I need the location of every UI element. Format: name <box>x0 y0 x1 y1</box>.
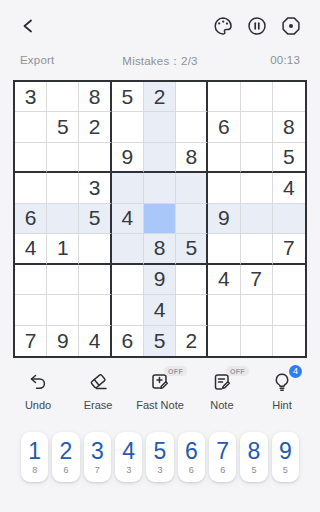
cell-r5c8[interactable] <box>241 204 273 234</box>
mistakes-counter: Mistakes：2/3 <box>0 54 320 69</box>
cell-r2c9[interactable]: 8 <box>273 112 305 142</box>
cell-r7c5[interactable]: 9 <box>144 265 176 295</box>
numpad-key-7[interactable]: 76 <box>209 432 236 482</box>
numpad-key-2[interactable]: 26 <box>52 432 79 482</box>
back-chevron-icon <box>20 17 38 35</box>
cell-r1c7[interactable] <box>208 82 240 112</box>
cell-r3c8[interactable] <box>241 143 273 173</box>
fast-note-label: Fast Note <box>136 399 184 411</box>
cell-r3c5[interactable] <box>144 143 176 173</box>
cell-r4c3[interactable]: 3 <box>79 173 111 203</box>
cell-r7c1[interactable] <box>15 265 47 295</box>
cell-r4c9[interactable]: 4 <box>273 173 305 203</box>
cell-r8c7[interactable] <box>208 295 240 325</box>
numpad-remaining-count: 7 <box>95 465 100 475</box>
numpad-digit: 8 <box>248 439 261 463</box>
cell-r9c2[interactable]: 9 <box>47 326 79 356</box>
cell-r1c8[interactable] <box>241 82 273 112</box>
cell-r4c2[interactable] <box>47 173 79 203</box>
cell-r5c4[interactable]: 4 <box>112 204 144 234</box>
cell-r4c1[interactable] <box>15 173 47 203</box>
cell-r9c3[interactable]: 4 <box>79 326 111 356</box>
settings-button[interactable] <box>280 15 302 37</box>
cell-r9c4[interactable]: 6 <box>112 326 144 356</box>
erase-button[interactable]: Erase <box>76 370 120 411</box>
toolbar: Undo Erase OFF Fast Note <box>0 370 320 411</box>
eraser-icon <box>86 370 110 394</box>
cell-r5c2[interactable] <box>47 204 79 234</box>
palette-icon <box>212 15 234 37</box>
cell-r7c8[interactable]: 7 <box>241 265 273 295</box>
erase-label: Erase <box>84 399 113 411</box>
numpad-digit: 2 <box>60 439 73 463</box>
cell-r7c9[interactable] <box>273 265 305 295</box>
pause-icon <box>246 15 268 37</box>
cell-r1c6[interactable] <box>176 82 208 112</box>
cell-r1c1[interactable]: 3 <box>15 82 47 112</box>
note-off-badge: OFF <box>226 366 249 376</box>
cell-r1c9[interactable] <box>273 82 305 112</box>
numpad-remaining-count: 3 <box>126 465 131 475</box>
cell-r8c4[interactable] <box>112 295 144 325</box>
cell-r8c2[interactable] <box>47 295 79 325</box>
cell-r6c5[interactable]: 8 <box>144 234 176 264</box>
numpad-digit: 5 <box>154 439 167 463</box>
cell-r1c2[interactable] <box>47 82 79 112</box>
cell-r2c8[interactable] <box>241 112 273 142</box>
cell-r5c9[interactable] <box>273 204 305 234</box>
cell-r8c3[interactable] <box>79 295 111 325</box>
cell-r5c6[interactable] <box>176 204 208 234</box>
cell-r7c3[interactable] <box>79 265 111 295</box>
cell-r4c5[interactable] <box>144 173 176 203</box>
cell-r3c2[interactable] <box>47 143 79 173</box>
cell-r4c4[interactable] <box>112 173 144 203</box>
cell-r2c5[interactable] <box>144 112 176 142</box>
cell-r5c7[interactable]: 9 <box>208 204 240 234</box>
cell-r4c6[interactable] <box>176 173 208 203</box>
cell-r2c6[interactable] <box>176 112 208 142</box>
numpad-key-9[interactable]: 95 <box>272 432 299 482</box>
numpad-key-5[interactable]: 53 <box>146 432 173 482</box>
numpad-key-3[interactable]: 37 <box>84 432 111 482</box>
cell-r6c2[interactable]: 1 <box>47 234 79 264</box>
cell-r6c8[interactable] <box>241 234 273 264</box>
cell-r1c3[interactable]: 8 <box>79 82 111 112</box>
note-label: Note <box>210 399 233 411</box>
numpad-remaining-count: 5 <box>251 465 256 475</box>
numpad-digit: 4 <box>122 439 135 463</box>
numpad-remaining-count: 6 <box>220 465 225 475</box>
cell-r5c3[interactable]: 5 <box>79 204 111 234</box>
numpad-key-8[interactable]: 85 <box>240 432 267 482</box>
cell-r8c9[interactable] <box>273 295 305 325</box>
cell-r7c2[interactable] <box>47 265 79 295</box>
cell-r6c7[interactable] <box>208 234 240 264</box>
cell-r9c8[interactable] <box>241 326 273 356</box>
cell-r8c1[interactable] <box>15 295 47 325</box>
numpad-digit: 1 <box>28 439 41 463</box>
cell-r7c4[interactable] <box>112 265 144 295</box>
cell-r8c5[interactable]: 4 <box>144 295 176 325</box>
cell-r6c9[interactable]: 7 <box>273 234 305 264</box>
numpad-remaining-count: 6 <box>63 465 68 475</box>
status-bar: Export Mistakes：2/3 00:13 <box>0 54 320 66</box>
numpad-key-1[interactable]: 18 <box>21 432 48 482</box>
cell-r3c7[interactable] <box>208 143 240 173</box>
cell-r9c5[interactable]: 5 <box>144 326 176 356</box>
numpad-remaining-count: 3 <box>157 465 162 475</box>
sudoku-board: 38525268985346549418579474794652 <box>13 80 307 358</box>
numpad-digit: 7 <box>216 439 229 463</box>
note-button[interactable]: OFF Note <box>200 370 244 411</box>
cell-r9c7[interactable] <box>208 326 240 356</box>
fast-note-off-badge: OFF <box>164 366 187 376</box>
cell-r7c7[interactable]: 4 <box>208 265 240 295</box>
numpad: 182637435366768595 <box>0 432 320 482</box>
back-button[interactable] <box>18 15 40 37</box>
fast-note-button[interactable]: OFF Fast Note <box>136 370 184 411</box>
numpad-remaining-count: 5 <box>283 465 288 475</box>
cell-r9c9[interactable] <box>273 326 305 356</box>
cell-r8c6[interactable] <box>176 295 208 325</box>
numpad-digit: 6 <box>185 439 198 463</box>
cell-r4c7[interactable] <box>208 173 240 203</box>
cell-r2c3[interactable]: 2 <box>79 112 111 142</box>
cell-r5c1[interactable]: 6 <box>15 204 47 234</box>
theme-button[interactable] <box>212 15 234 37</box>
hint-button[interactable]: 4 Hint <box>260 370 304 411</box>
undo-icon <box>27 371 49 393</box>
cell-r6c4[interactable] <box>112 234 144 264</box>
pause-button[interactable] <box>246 15 268 37</box>
numpad-digit: 3 <box>91 439 104 463</box>
cell-r7c6[interactable] <box>176 265 208 295</box>
cell-r2c7[interactable]: 6 <box>208 112 240 142</box>
undo-button[interactable]: Undo <box>16 370 60 411</box>
cell-r2c1[interactable] <box>15 112 47 142</box>
cell-r9c6[interactable]: 2 <box>176 326 208 356</box>
top-bar <box>0 0 320 40</box>
cell-r1c4[interactable]: 5 <box>112 82 144 112</box>
cell-r5c5[interactable] <box>144 204 176 234</box>
cell-r2c4[interactable] <box>112 112 144 142</box>
settings-octagon-icon <box>280 15 302 37</box>
cell-r3c6[interactable]: 8 <box>176 143 208 173</box>
numpad-key-4[interactable]: 43 <box>115 432 142 482</box>
cell-r6c1[interactable]: 4 <box>15 234 47 264</box>
numpad-remaining-count: 8 <box>32 465 37 475</box>
hint-count-badge: 4 <box>289 365 302 378</box>
cell-r9c1[interactable]: 7 <box>15 326 47 356</box>
cell-r2c2[interactable]: 5 <box>47 112 79 142</box>
cell-r3c3[interactable] <box>79 143 111 173</box>
numpad-remaining-count: 6 <box>189 465 194 475</box>
hint-label: Hint <box>272 399 292 411</box>
numpad-key-6[interactable]: 66 <box>178 432 205 482</box>
numpad-digit: 9 <box>279 439 292 463</box>
cell-r3c4[interactable]: 9 <box>112 143 144 173</box>
cell-r8c8[interactable] <box>241 295 273 325</box>
cell-r3c9[interactable]: 5 <box>273 143 305 173</box>
cell-r6c3[interactable] <box>79 234 111 264</box>
cell-r1c5[interactable]: 2 <box>144 82 176 112</box>
cell-r4c8[interactable] <box>241 173 273 203</box>
cell-r6c6[interactable]: 5 <box>176 234 208 264</box>
undo-label: Undo <box>25 399 51 411</box>
cell-r3c1[interactable] <box>15 143 47 173</box>
